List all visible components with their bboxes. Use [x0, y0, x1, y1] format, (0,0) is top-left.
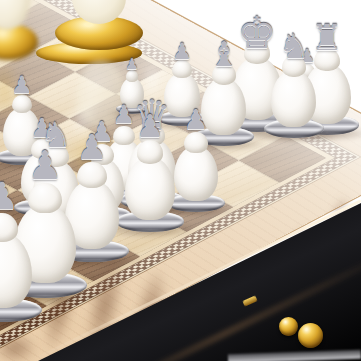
gold-piece-reflection-body	[76, 60, 126, 128]
gold-piece-reflection-base	[60, 126, 132, 188]
knight-finial-icon: ♞	[279, 29, 310, 63]
chess-set-photo: ♜♞♚♝♟♟♟♟♛♞♟♟♟♟♟♟♟♟♟	[0, 0, 361, 361]
piece-porcelain-neck	[314, 48, 340, 71]
rook-finial-icon: ♜	[311, 20, 343, 56]
king-finial-icon: ♚	[237, 11, 277, 55]
piece-porcelain-neck	[299, 64, 315, 78]
drawer-knob-collar	[279, 317, 298, 336]
pawn-finial-icon: ♟	[299, 47, 316, 66]
gold-piece-reflection-tail	[84, 184, 122, 256]
drawer-knob-ball	[298, 323, 323, 348]
